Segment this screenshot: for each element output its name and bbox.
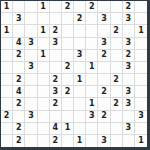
clue-digit: 1 [40, 27, 46, 35]
cell-r11c11[interactable]: 1 [135, 135, 147, 147]
clue-digit: 2 [16, 124, 22, 132]
cell-r1c8[interactable]: 3 [98, 13, 110, 25]
cell-r7c10[interactable]: 3 [123, 86, 135, 98]
cell-r11c8[interactable]: 3 [98, 135, 110, 147]
cell-r3c1[interactable]: 4 [13, 38, 25, 50]
cell-r11c3[interactable] [38, 135, 50, 147]
cell-r8c0[interactable] [1, 98, 13, 110]
clue-digit: 3 [28, 112, 34, 120]
clue-digit: 2 [77, 15, 83, 23]
cell-r7c5[interactable]: 2 [62, 86, 74, 98]
clue-digit: 3 [101, 137, 107, 145]
clue-digit: 1 [40, 51, 46, 59]
cell-r5c7[interactable]: 1 [86, 62, 98, 74]
cell-r7c4[interactable]: 3 [50, 86, 62, 98]
cell-r0c5[interactable]: 2 [62, 1, 74, 13]
cell-r5c3[interactable] [38, 62, 50, 74]
cell-r9c4[interactable] [50, 111, 62, 123]
clue-digit: 2 [89, 3, 95, 11]
clue-digit: 2 [16, 51, 22, 59]
clue-digit: 2 [52, 137, 58, 145]
cell-r11c6[interactable]: 1 [74, 135, 86, 147]
clue-digit: 3 [101, 39, 107, 47]
cell-r6c10[interactable] [123, 74, 135, 86]
cell-r1c3[interactable] [38, 13, 50, 25]
cell-r10c1[interactable]: 2 [13, 123, 25, 135]
cell-r11c0[interactable] [1, 135, 13, 147]
cell-r8c6[interactable] [74, 98, 86, 110]
cell-r3c2[interactable]: 3 [25, 38, 37, 50]
cell-r3c4[interactable]: 3 [50, 38, 62, 50]
clue-digit: 2 [113, 76, 119, 84]
cell-r6c6[interactable]: 1 [74, 74, 86, 86]
cell-r8c7[interactable]: 1 [86, 98, 98, 110]
cell-r10c7[interactable] [86, 123, 98, 135]
cell-r4c6[interactable]: 3 [74, 50, 86, 62]
cell-r10c0[interactable] [1, 123, 13, 135]
cell-r4c5[interactable] [62, 50, 74, 62]
clue-digit: 3 [52, 88, 58, 96]
cell-r8c2[interactable] [25, 98, 37, 110]
cell-r9c2[interactable]: 3 [25, 111, 37, 123]
cell-r4c4[interactable] [50, 50, 62, 62]
cell-r1c9[interactable] [111, 13, 123, 25]
clue-digit: 3 [101, 15, 107, 23]
cell-r10c5[interactable]: 1 [62, 123, 74, 135]
cell-r0c9[interactable] [111, 1, 123, 13]
cell-r7c9[interactable] [111, 86, 123, 98]
cell-r0c11[interactable] [135, 1, 147, 13]
clue-digit: 3 [125, 39, 131, 47]
cell-r11c1[interactable]: 2 [13, 135, 25, 147]
cell-r4c2[interactable] [25, 50, 37, 62]
cell-r0c10[interactable]: 2 [123, 1, 135, 13]
cell-r4c8[interactable]: 2 [98, 50, 110, 62]
cell-r3c3[interactable] [38, 38, 50, 50]
cell-r6c8[interactable] [98, 74, 110, 86]
cell-r3c11[interactable] [135, 38, 147, 50]
cell-r9c6[interactable] [74, 111, 86, 123]
cell-r10c6[interactable] [74, 123, 86, 135]
clue-digit: 3 [16, 15, 22, 23]
cell-r8c5[interactable] [62, 98, 74, 110]
clue-digit: 3 [52, 39, 58, 47]
cell-r2c6[interactable] [74, 25, 86, 37]
cell-r10c2[interactable] [25, 123, 37, 135]
cell-r9c10[interactable] [123, 111, 135, 123]
clue-digit: 3 [89, 112, 95, 120]
cell-r2c10[interactable] [123, 25, 135, 37]
cell-r8c3[interactable] [38, 98, 50, 110]
cell-r3c5[interactable] [62, 38, 74, 50]
clue-digit: 2 [125, 3, 131, 11]
clue-digit: 2 [113, 100, 119, 108]
cell-r2c4[interactable]: 2 [50, 25, 62, 37]
clue-digit: 3 [125, 100, 131, 108]
cell-r8c4[interactable]: 2 [50, 98, 62, 110]
cell-r5c5[interactable]: 2 [62, 62, 74, 74]
clue-digit: 2 [16, 76, 22, 84]
clue-digit: 2 [101, 112, 107, 120]
clue-digit: 2 [52, 100, 58, 108]
cell-r2c5[interactable] [62, 25, 74, 37]
cell-r6c2[interactable] [25, 74, 37, 86]
cell-r6c9[interactable]: 2 [111, 74, 123, 86]
clue-digit: 2 [52, 27, 58, 35]
cell-r8c11[interactable] [135, 98, 147, 110]
cell-r5c9[interactable] [111, 62, 123, 74]
cell-r11c4[interactable]: 2 [50, 135, 62, 147]
cell-r6c5[interactable] [62, 74, 74, 86]
cell-r5c10[interactable]: 3 [123, 62, 135, 74]
cell-r8c1[interactable]: 2 [13, 98, 25, 110]
cell-r0c3[interactable]: 1 [38, 1, 50, 13]
cell-r2c0[interactable]: 1 [1, 25, 13, 37]
cell-r9c9[interactable] [111, 111, 123, 123]
cell-r8c10[interactable]: 3 [123, 98, 135, 110]
clue-digit: 3 [77, 51, 83, 59]
clue-digit: 2 [65, 63, 71, 71]
clue-digit: 3 [125, 63, 131, 71]
clue-digit: 2 [52, 76, 58, 84]
clue-digit: 3 [125, 124, 131, 132]
cell-r3c8[interactable]: 3 [98, 38, 110, 50]
clue-digit: 1 [138, 27, 144, 35]
cell-r4c3[interactable]: 1 [38, 50, 50, 62]
cell-r10c9[interactable] [111, 123, 123, 135]
clue-digit: 2 [113, 27, 119, 35]
clue-digit: 1 [89, 100, 95, 108]
cell-r2c7[interactable] [86, 25, 98, 37]
cell-r6c0[interactable] [1, 74, 13, 86]
clue-digit: 2 [16, 137, 22, 145]
cell-r4c1[interactable]: 2 [13, 50, 25, 62]
puzzle-screenshot: 1122232331122143333213223213221243223221… [0, 0, 150, 150]
cell-r2c1[interactable] [13, 25, 25, 37]
cell-r5c11[interactable] [135, 62, 147, 74]
cell-r7c8[interactable]: 2 [98, 86, 110, 98]
cell-r6c7[interactable] [86, 74, 98, 86]
cell-r1c5[interactable] [62, 13, 74, 25]
cell-r4c0[interactable] [1, 50, 13, 62]
cell-r8c9[interactable]: 2 [111, 98, 123, 110]
cell-r3c6[interactable] [74, 38, 86, 50]
clue-digit: 4 [16, 88, 22, 96]
cell-r1c2[interactable] [25, 13, 37, 25]
cell-r7c2[interactable] [25, 86, 37, 98]
cell-r0c1[interactable] [13, 1, 25, 13]
cell-r7c1[interactable]: 4 [13, 86, 25, 98]
clue-digit: 1 [138, 137, 144, 145]
clue-digit: 2 [125, 51, 131, 59]
clue-digit: 1 [77, 137, 83, 145]
cell-r0c0[interactable]: 1 [1, 1, 13, 13]
cell-r0c4[interactable] [50, 1, 62, 13]
cell-r4c7[interactable] [86, 50, 98, 62]
clue-digit: 2 [16, 100, 22, 108]
cell-r3c10[interactable]: 3 [123, 38, 135, 50]
cell-r6c4[interactable]: 2 [50, 74, 62, 86]
clue-digit: 2 [65, 3, 71, 11]
cell-r9c8[interactable]: 2 [98, 111, 110, 123]
puzzle-board: 1122232331122143333213223213221243223221… [0, 0, 150, 150]
cell-r5c6[interactable] [74, 62, 86, 74]
clue-digit: 1 [40, 3, 46, 11]
cell-r10c3[interactable] [38, 123, 50, 135]
clue-digit: 1 [4, 27, 10, 35]
cell-r11c9[interactable] [111, 135, 123, 147]
cell-r10c4[interactable]: 4 [50, 123, 62, 135]
clue-digit: 3 [125, 88, 131, 96]
clue-digit: 3 [28, 39, 34, 47]
cell-r4c10[interactable]: 2 [123, 50, 135, 62]
cell-r5c8[interactable] [98, 62, 110, 74]
cell-r0c8[interactable] [98, 1, 110, 13]
cell-r1c11[interactable] [135, 13, 147, 25]
cell-r10c11[interactable] [135, 123, 147, 135]
clue-digit: 2 [4, 112, 10, 120]
cell-r7c3[interactable] [38, 86, 50, 98]
cell-r6c3[interactable] [38, 74, 50, 86]
cell-r11c10[interactable] [123, 135, 135, 147]
cell-r3c0[interactable] [1, 38, 13, 50]
cell-r9c7[interactable]: 3 [86, 111, 98, 123]
cell-r2c11[interactable]: 1 [135, 25, 147, 37]
cell-r3c9[interactable] [111, 38, 123, 50]
clue-digit: 3 [28, 63, 34, 71]
cell-r7c0[interactable] [1, 86, 13, 98]
cell-r2c8[interactable] [98, 25, 110, 37]
cell-r9c0[interactable]: 2 [1, 111, 13, 123]
cell-r11c7[interactable] [86, 135, 98, 147]
cell-r5c0[interactable] [1, 62, 13, 74]
cell-r11c2[interactable] [25, 135, 37, 147]
cell-r5c2[interactable]: 3 [25, 62, 37, 74]
cell-r9c5[interactable] [62, 111, 74, 123]
clue-digit: 2 [65, 88, 71, 96]
cell-r1c6[interactable]: 2 [74, 13, 86, 25]
clue-digit: 1 [65, 124, 71, 132]
cell-r11c5[interactable] [62, 135, 74, 147]
cell-r0c6[interactable] [74, 1, 86, 13]
cell-r2c3[interactable]: 1 [38, 25, 50, 37]
cell-r10c10[interactable]: 3 [123, 123, 135, 135]
clue-digit: 1 [77, 76, 83, 84]
cell-r8c8[interactable] [98, 98, 110, 110]
clue-digit: 3 [138, 112, 144, 120]
cell-r7c7[interactable] [86, 86, 98, 98]
cell-r1c4[interactable] [50, 13, 62, 25]
cell-r5c4[interactable] [50, 62, 62, 74]
cell-r7c6[interactable] [74, 86, 86, 98]
cell-r5c1[interactable] [13, 62, 25, 74]
cell-r3c7[interactable] [86, 38, 98, 50]
cell-r1c7[interactable] [86, 13, 98, 25]
cell-r9c3[interactable] [38, 111, 50, 123]
cell-r1c1[interactable]: 3 [13, 13, 25, 25]
clue-digit: 4 [52, 124, 58, 132]
clue-digit: 1 [89, 63, 95, 71]
cell-r2c2[interactable] [25, 25, 37, 37]
clue-digit: 4 [16, 39, 22, 47]
clue-digit: 3 [125, 15, 131, 23]
cell-r9c1[interactable] [13, 111, 25, 123]
cell-r0c2[interactable] [25, 1, 37, 13]
cell-r6c11[interactable] [135, 74, 147, 86]
cell-r7c11[interactable] [135, 86, 147, 98]
cell-r6c1[interactable]: 2 [13, 74, 25, 86]
cell-r9c11[interactable]: 3 [135, 111, 147, 123]
clue-digit: 2 [101, 51, 107, 59]
cell-r1c10[interactable]: 3 [123, 13, 135, 25]
cell-r4c11[interactable] [135, 50, 147, 62]
cell-r2c9[interactable]: 2 [111, 25, 123, 37]
clue-digit: 1 [4, 3, 10, 11]
cell-r10c8[interactable] [98, 123, 110, 135]
cell-r1c0[interactable] [1, 13, 13, 25]
cell-r4c9[interactable] [111, 50, 123, 62]
cell-r0c7[interactable]: 2 [86, 1, 98, 13]
clue-digit: 2 [101, 88, 107, 96]
